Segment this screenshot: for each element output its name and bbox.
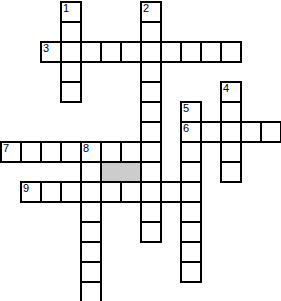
crossword-cell[interactable]	[40, 181, 62, 203]
crossword-cell[interactable]	[80, 281, 102, 301]
crossword-cell[interactable]	[20, 181, 42, 203]
crossword-cell[interactable]	[160, 41, 182, 63]
crossword-cell[interactable]	[180, 141, 202, 163]
crossword-cell[interactable]	[220, 141, 242, 163]
crossword-cell[interactable]	[140, 121, 162, 143]
crossword-cell[interactable]	[60, 41, 82, 63]
crossword-board: 123456789	[0, 0, 281, 301]
crossword-cell[interactable]	[140, 21, 162, 43]
crossword-cell[interactable]	[120, 41, 142, 63]
crossword-cell[interactable]	[200, 121, 222, 143]
crossword-cell[interactable]	[180, 201, 202, 223]
crossword-cell[interactable]	[140, 181, 162, 203]
crossword-cell[interactable]	[140, 41, 162, 63]
crossword-cell[interactable]	[120, 141, 142, 163]
crossword-cell[interactable]	[140, 141, 162, 163]
crossword-cell[interactable]	[100, 181, 122, 203]
crossword-cell[interactable]	[140, 221, 162, 243]
crossword-cell[interactable]	[140, 61, 162, 83]
crossword-cell[interactable]	[180, 241, 202, 263]
crossword-cell[interactable]	[180, 121, 202, 143]
crossword-cell[interactable]	[40, 141, 62, 163]
crossword-cell[interactable]	[60, 1, 82, 23]
crossword-cell[interactable]	[160, 181, 182, 203]
crossword-cell[interactable]	[180, 101, 202, 123]
crossword-cell[interactable]	[180, 261, 202, 283]
crossword-cell[interactable]	[220, 41, 242, 63]
crossword-cell[interactable]	[140, 81, 162, 103]
crossword-cell[interactable]	[140, 201, 162, 223]
shaded-cell[interactable]	[100, 161, 142, 183]
crossword-cell[interactable]	[100, 41, 122, 63]
crossword-cell[interactable]	[80, 141, 102, 163]
crossword-cell[interactable]	[80, 41, 102, 63]
crossword-cell[interactable]	[180, 181, 202, 203]
crossword-cell[interactable]	[140, 101, 162, 123]
crossword-cell[interactable]	[60, 21, 82, 43]
crossword-cell[interactable]	[60, 81, 82, 103]
crossword-cell[interactable]	[100, 141, 122, 163]
crossword-cell[interactable]	[260, 121, 281, 143]
crossword-cell[interactable]	[240, 121, 262, 143]
crossword-cell[interactable]	[120, 181, 142, 203]
crossword-cell[interactable]	[60, 181, 82, 203]
crossword-cell[interactable]	[60, 141, 82, 163]
crossword-cell[interactable]	[140, 1, 162, 23]
crossword-cell[interactable]	[220, 101, 242, 123]
crossword-cell[interactable]	[20, 141, 42, 163]
crossword-cell[interactable]	[180, 41, 202, 63]
crossword-cell[interactable]	[180, 221, 202, 243]
crossword-cell[interactable]	[80, 201, 102, 223]
crossword-cell[interactable]	[180, 161, 202, 183]
crossword-cell[interactable]	[200, 41, 222, 63]
crossword-cell[interactable]	[220, 81, 242, 103]
crossword-cell[interactable]	[80, 161, 102, 183]
crossword-cell[interactable]	[80, 261, 102, 283]
crossword-cell[interactable]	[80, 241, 102, 263]
crossword-cell[interactable]	[0, 141, 22, 163]
crossword-cell[interactable]	[140, 161, 162, 183]
crossword-cell[interactable]	[220, 161, 242, 183]
crossword-cell[interactable]	[220, 121, 242, 143]
crossword-cell[interactable]	[80, 181, 102, 203]
crossword-cell[interactable]	[40, 41, 62, 63]
crossword-cell[interactable]	[80, 221, 102, 243]
crossword-cell[interactable]	[60, 61, 82, 83]
